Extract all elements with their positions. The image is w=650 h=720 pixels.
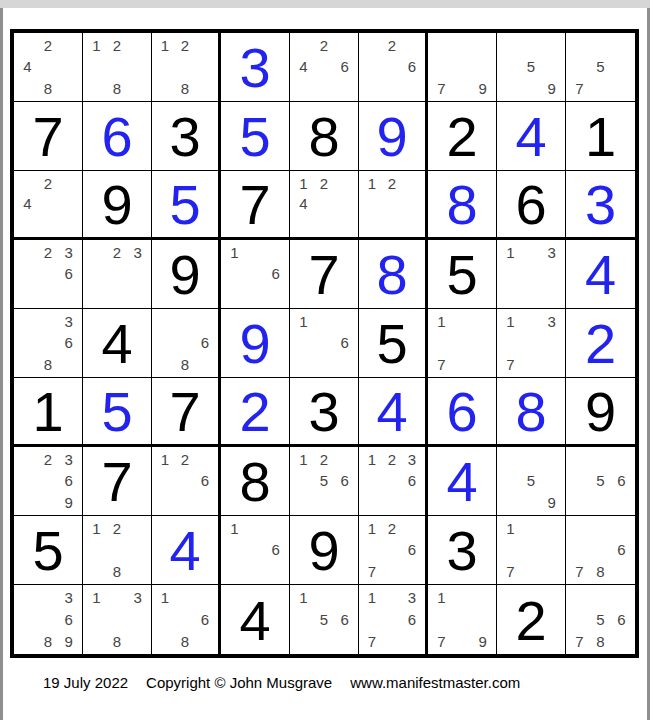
- candidate-marks: 138: [83, 585, 151, 654]
- cell-r1c3[interactable]: 128: [152, 33, 221, 102]
- cell-r3c3[interactable]: 5: [152, 171, 221, 240]
- candidate-marks: 59: [497, 447, 565, 515]
- given-digit: 7: [32, 109, 63, 165]
- footer-copyright: Copyright © John Musgrave: [146, 674, 332, 691]
- cell-r4c8[interactable]: 13: [497, 240, 566, 309]
- cell-r4c9[interactable]: 4: [566, 240, 635, 309]
- cell-r4c7[interactable]: 5: [428, 240, 497, 309]
- cell-r5c2[interactable]: 4: [83, 309, 152, 378]
- cell-r9c6[interactable]: 1367: [359, 585, 428, 654]
- cell-r9c5[interactable]: 156: [290, 585, 359, 654]
- candidate-marks: 59: [497, 33, 565, 101]
- footer-date: 19 July 2022: [43, 674, 128, 691]
- solved-digit: 3: [239, 40, 270, 96]
- cell-r5c6[interactable]: 5: [359, 309, 428, 378]
- cell-r4c4[interactable]: 16: [221, 240, 290, 309]
- cell-r3c7[interactable]: 8: [428, 171, 497, 240]
- candidate-marks: 26: [359, 33, 425, 101]
- candidate-marks: 128: [83, 516, 151, 584]
- cell-r7c8[interactable]: 59: [497, 447, 566, 516]
- candidate-marks: 1267: [359, 516, 425, 584]
- candidate-marks: 16: [290, 309, 358, 377]
- solved-digit: 9: [239, 316, 270, 372]
- cell-r1c6[interactable]: 26: [359, 33, 428, 102]
- cell-r3c1[interactable]: 24: [14, 171, 83, 240]
- solved-digit: 5: [239, 109, 270, 165]
- candidate-marks: 68: [152, 309, 218, 377]
- cell-r7c1[interactable]: 2369: [14, 447, 83, 516]
- cell-r5c3[interactable]: 68: [152, 309, 221, 378]
- cell-r8c1[interactable]: 5: [14, 516, 83, 585]
- cell-r5c7[interactable]: 17: [428, 309, 497, 378]
- cell-r5c4[interactable]: 9: [221, 309, 290, 378]
- candidate-marks: 678: [566, 516, 635, 584]
- candidate-marks: 24: [14, 171, 82, 237]
- cell-r6c9[interactable]: 9: [566, 378, 635, 447]
- solved-digit: 6: [446, 384, 477, 440]
- given-digit: 7: [308, 247, 339, 303]
- footer-website: www.manifestmaster.com: [350, 674, 520, 691]
- cell-r1c4[interactable]: 3: [221, 33, 290, 102]
- cell-r4c5[interactable]: 7: [290, 240, 359, 309]
- given-digit: 5: [32, 523, 63, 579]
- candidate-marks: 57: [566, 33, 635, 101]
- cell-r8c9[interactable]: 678: [566, 516, 635, 585]
- cell-r4c6[interactable]: 8: [359, 240, 428, 309]
- cell-r6c3[interactable]: 7: [152, 378, 221, 447]
- candidate-marks: 79: [428, 33, 496, 101]
- cell-r8c3[interactable]: 4: [152, 516, 221, 585]
- candidate-marks: 16: [221, 240, 289, 308]
- cell-r4c1[interactable]: 236: [14, 240, 83, 309]
- given-digit: 4: [239, 593, 270, 649]
- candidate-marks: 1367: [359, 585, 425, 654]
- given-digit: 3: [308, 384, 339, 440]
- candidate-marks: 246: [290, 33, 358, 101]
- cell-r5c9[interactable]: 2: [566, 309, 635, 378]
- given-digit: 8: [308, 109, 339, 165]
- candidate-marks: 236: [14, 240, 82, 308]
- given-digit: 3: [169, 109, 200, 165]
- cell-r1c5[interactable]: 246: [290, 33, 359, 102]
- candidate-marks: 2369: [14, 447, 82, 515]
- cell-r1c1[interactable]: 248: [14, 33, 83, 102]
- candidate-marks: 5678: [566, 585, 635, 654]
- cell-r6c5[interactable]: 3: [290, 378, 359, 447]
- cell-r3c4[interactable]: 7: [221, 171, 290, 240]
- solved-digit: 8: [446, 177, 477, 233]
- given-digit: 3: [446, 523, 477, 579]
- cell-r6c6[interactable]: 4: [359, 378, 428, 447]
- cell-r7c5[interactable]: 1256: [290, 447, 359, 516]
- candidate-marks: 179: [428, 585, 496, 654]
- solved-digit: 6: [101, 109, 132, 165]
- candidate-marks: 12: [359, 171, 425, 237]
- cell-r2c4[interactable]: 5: [221, 102, 290, 171]
- candidate-marks: 3689: [14, 585, 82, 654]
- cell-r1c2[interactable]: 128: [83, 33, 152, 102]
- cell-r3c9[interactable]: 3: [566, 171, 635, 240]
- solved-digit: 5: [169, 177, 200, 233]
- given-digit: 5: [446, 247, 477, 303]
- given-digit: 9: [169, 247, 200, 303]
- solved-digit: 2: [239, 384, 270, 440]
- window-left-edge: [0, 8, 3, 720]
- candidate-marks: 16: [221, 516, 289, 584]
- candidate-marks: 156: [290, 585, 358, 654]
- cell-r6c7[interactable]: 6: [428, 378, 497, 447]
- cell-r1c9[interactable]: 57: [566, 33, 635, 102]
- cell-r6c8[interactable]: 8: [497, 378, 566, 447]
- cell-r1c7[interactable]: 79: [428, 33, 497, 102]
- cell-r8c7[interactable]: 3: [428, 516, 497, 585]
- solved-digit: 4: [376, 384, 407, 440]
- given-digit: 7: [169, 384, 200, 440]
- candidate-marks: 1256: [290, 447, 358, 515]
- cell-r8c2[interactable]: 128: [83, 516, 152, 585]
- given-digit: 2: [515, 593, 546, 649]
- cell-r6c1[interactable]: 1: [14, 378, 83, 447]
- given-digit: 4: [101, 316, 132, 372]
- candidate-marks: 124: [290, 171, 358, 237]
- cell-r8c6[interactable]: 1267: [359, 516, 428, 585]
- cell-r3c8[interactable]: 6: [497, 171, 566, 240]
- cell-r8c5[interactable]: 9: [290, 516, 359, 585]
- solved-digit: 4: [585, 247, 616, 303]
- cell-r5c8[interactable]: 137: [497, 309, 566, 378]
- given-digit: 8: [239, 454, 270, 510]
- given-digit: 2: [446, 109, 477, 165]
- cell-r2c1[interactable]: 7: [14, 102, 83, 171]
- cell-r2c5[interactable]: 8: [290, 102, 359, 171]
- solved-digit: 5: [101, 384, 132, 440]
- given-digit: 9: [101, 177, 132, 233]
- candidate-marks: 128: [83, 33, 151, 101]
- cell-r2c3[interactable]: 3: [152, 102, 221, 171]
- solved-digit: 8: [376, 247, 407, 303]
- solved-digit: 4: [446, 454, 477, 510]
- cell-r4c3[interactable]: 9: [152, 240, 221, 309]
- candidate-marks: 1236: [359, 447, 425, 515]
- cell-r3c5[interactable]: 124: [290, 171, 359, 240]
- candidate-marks: 168: [152, 585, 218, 654]
- candidate-marks: 56: [566, 447, 635, 515]
- solved-digit: 4: [169, 523, 200, 579]
- given-digit: 1: [32, 384, 63, 440]
- cell-r2c9[interactable]: 1: [566, 102, 635, 171]
- cell-r2c2[interactable]: 6: [83, 102, 152, 171]
- cell-r9c9[interactable]: 5678: [566, 585, 635, 654]
- candidate-marks: 368: [14, 309, 82, 377]
- given-digit: 7: [101, 454, 132, 510]
- footer: 19 July 2022 Copyright © John Musgrave w…: [43, 674, 520, 691]
- sudoku-board: 2481281283246267959577635892412495712412…: [10, 29, 639, 658]
- solved-digit: 3: [585, 177, 616, 233]
- candidate-marks: 137: [497, 309, 565, 377]
- cell-r8c4[interactable]: 16: [221, 516, 290, 585]
- given-digit: 9: [308, 523, 339, 579]
- cell-r7c6[interactable]: 1236: [359, 447, 428, 516]
- candidate-marks: 13: [497, 240, 565, 308]
- given-digit: 1: [585, 109, 616, 165]
- cell-r9c3[interactable]: 168: [152, 585, 221, 654]
- cell-r9c2[interactable]: 138: [83, 585, 152, 654]
- cell-r7c7[interactable]: 4: [428, 447, 497, 516]
- cell-r5c5[interactable]: 16: [290, 309, 359, 378]
- cell-r3c2[interactable]: 9: [83, 171, 152, 240]
- candidate-marks: 128: [152, 33, 218, 101]
- solved-digit: 4: [515, 109, 546, 165]
- cell-r2c8[interactable]: 4: [497, 102, 566, 171]
- cell-r9c7[interactable]: 179: [428, 585, 497, 654]
- candidate-marks: 248: [14, 33, 82, 101]
- cell-r7c4[interactable]: 8: [221, 447, 290, 516]
- cell-r3c6[interactable]: 12: [359, 171, 428, 240]
- cell-r5c1[interactable]: 368: [14, 309, 83, 378]
- given-digit: 5: [376, 316, 407, 372]
- cell-r6c4[interactable]: 2: [221, 378, 290, 447]
- candidate-marks: 17: [497, 516, 565, 584]
- cell-r8c8[interactable]: 17: [497, 516, 566, 585]
- candidate-marks: 17: [428, 309, 496, 377]
- cell-r9c8[interactable]: 2: [497, 585, 566, 654]
- cell-r7c2[interactable]: 7: [83, 447, 152, 516]
- solved-digit: 2: [585, 316, 616, 372]
- cell-r9c1[interactable]: 3689: [14, 585, 83, 654]
- solved-digit: 9: [376, 109, 407, 165]
- cell-r9c4[interactable]: 4: [221, 585, 290, 654]
- window-top-edge: [0, 0, 650, 8]
- given-digit: 7: [239, 177, 270, 233]
- candidate-marks: 23: [83, 240, 151, 308]
- candidate-marks: 126: [152, 447, 218, 515]
- given-digit: 9: [585, 384, 616, 440]
- cell-r7c3[interactable]: 126: [152, 447, 221, 516]
- cell-r6c2[interactable]: 5: [83, 378, 152, 447]
- cell-r2c7[interactable]: 2: [428, 102, 497, 171]
- cell-r4c2[interactable]: 23: [83, 240, 152, 309]
- given-digit: 6: [515, 177, 546, 233]
- cell-r2c6[interactable]: 9: [359, 102, 428, 171]
- cell-r1c8[interactable]: 59: [497, 33, 566, 102]
- solved-digit: 8: [515, 384, 546, 440]
- cell-r7c9[interactable]: 56: [566, 447, 635, 516]
